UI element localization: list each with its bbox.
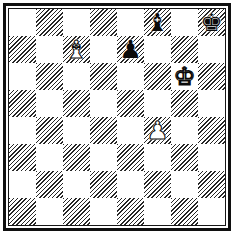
square-h5[interactable]: [198, 90, 225, 117]
square-g5[interactable]: [171, 90, 198, 117]
square-g6[interactable]: ♚: [171, 63, 198, 90]
square-a7[interactable]: [9, 36, 36, 63]
square-e6[interactable]: [117, 63, 144, 90]
square-a4[interactable]: [9, 117, 36, 144]
square-a5[interactable]: [9, 90, 36, 117]
square-b4[interactable]: [36, 117, 63, 144]
square-b6[interactable]: [36, 63, 63, 90]
square-b2[interactable]: [36, 171, 63, 198]
square-g3[interactable]: [171, 144, 198, 171]
square-f2[interactable]: [144, 171, 171, 198]
chess-board: ♝♚♝♟♚♟: [9, 9, 225, 225]
square-h4[interactable]: [198, 117, 225, 144]
square-a8[interactable]: [9, 9, 36, 36]
piece-white-king[interactable]: ♚: [173, 63, 195, 90]
square-e4[interactable]: [117, 117, 144, 144]
square-c7[interactable]: ♝: [63, 36, 90, 63]
square-a6[interactable]: [9, 63, 36, 90]
piece-black-king[interactable]: ♚: [200, 9, 222, 36]
square-e8[interactable]: [117, 9, 144, 36]
square-d7[interactable]: [90, 36, 117, 63]
square-h1[interactable]: [198, 198, 225, 225]
square-f8[interactable]: ♝: [144, 9, 171, 36]
square-a1[interactable]: [9, 198, 36, 225]
square-a3[interactable]: [9, 144, 36, 171]
square-e2[interactable]: [117, 171, 144, 198]
square-d8[interactable]: [90, 9, 117, 36]
square-c1[interactable]: [63, 198, 90, 225]
square-g2[interactable]: [171, 171, 198, 198]
square-h3[interactable]: [198, 144, 225, 171]
square-d6[interactable]: [90, 63, 117, 90]
square-d2[interactable]: [90, 171, 117, 198]
square-b1[interactable]: [36, 198, 63, 225]
square-d3[interactable]: [90, 144, 117, 171]
board-frame-outer: ♝♚♝♟♚♟: [3, 3, 231, 231]
square-c4[interactable]: [63, 117, 90, 144]
square-f5[interactable]: [144, 90, 171, 117]
square-f7[interactable]: [144, 36, 171, 63]
square-f6[interactable]: [144, 63, 171, 90]
square-g7[interactable]: [171, 36, 198, 63]
square-h8[interactable]: ♚: [198, 9, 225, 36]
square-e1[interactable]: [117, 198, 144, 225]
square-f4[interactable]: ♟: [144, 117, 171, 144]
square-c8[interactable]: [63, 9, 90, 36]
piece-black-bishop[interactable]: ♝: [146, 9, 168, 36]
square-e5[interactable]: [117, 90, 144, 117]
board-frame-inner: ♝♚♝♟♚♟: [8, 8, 226, 226]
square-h2[interactable]: [198, 171, 225, 198]
piece-white-bishop[interactable]: ♝: [65, 36, 87, 63]
square-a2[interactable]: [9, 171, 36, 198]
square-c6[interactable]: [63, 63, 90, 90]
square-d1[interactable]: [90, 198, 117, 225]
square-b8[interactable]: [36, 9, 63, 36]
square-g1[interactable]: [171, 198, 198, 225]
square-d5[interactable]: [90, 90, 117, 117]
square-b3[interactable]: [36, 144, 63, 171]
square-c2[interactable]: [63, 171, 90, 198]
square-c5[interactable]: [63, 90, 90, 117]
square-g8[interactable]: [171, 9, 198, 36]
square-h6[interactable]: [198, 63, 225, 90]
square-f1[interactable]: [144, 198, 171, 225]
square-b7[interactable]: [36, 36, 63, 63]
square-d4[interactable]: [90, 117, 117, 144]
piece-black-pawn[interactable]: ♟: [119, 36, 141, 63]
piece-white-pawn[interactable]: ♟: [146, 117, 168, 144]
square-e7[interactable]: ♟: [117, 36, 144, 63]
square-f3[interactable]: [144, 144, 171, 171]
square-e3[interactable]: [117, 144, 144, 171]
square-c3[interactable]: [63, 144, 90, 171]
square-g4[interactable]: [171, 117, 198, 144]
square-h7[interactable]: [198, 36, 225, 63]
square-b5[interactable]: [36, 90, 63, 117]
